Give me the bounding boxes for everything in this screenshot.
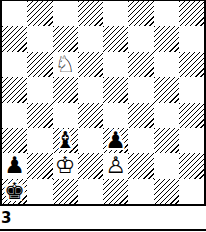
square-h8[interactable] <box>179 1 204 26</box>
square-g8[interactable] <box>154 1 179 26</box>
square-a4[interactable] <box>2 103 27 128</box>
square-d8[interactable] <box>78 1 103 26</box>
square-a5[interactable] <box>2 77 27 102</box>
square-a2[interactable]: ♟ <box>2 153 27 178</box>
square-f5[interactable] <box>128 77 153 102</box>
square-f3[interactable] <box>128 128 153 153</box>
chess-diagram: ♘♝♟♟♔♙♚ 3 <box>0 0 206 232</box>
square-f7[interactable] <box>128 26 153 51</box>
diagram-number-label: 3 <box>1 211 11 226</box>
square-f6[interactable] <box>128 52 153 77</box>
square-h5[interactable] <box>179 77 204 102</box>
square-e5[interactable] <box>103 77 128 102</box>
black-king: ♚ <box>4 180 25 203</box>
square-b6[interactable] <box>27 52 52 77</box>
square-h2[interactable] <box>179 153 204 178</box>
white-king: ♔ <box>55 154 76 177</box>
square-e8[interactable] <box>103 1 128 26</box>
black-pawn: ♟ <box>105 129 126 152</box>
square-f4[interactable] <box>128 103 153 128</box>
square-c6[interactable]: ♘ <box>53 52 78 77</box>
square-h6[interactable] <box>179 52 204 77</box>
square-a6[interactable] <box>2 52 27 77</box>
square-b3[interactable] <box>27 128 52 153</box>
square-e7[interactable] <box>103 26 128 51</box>
square-f2[interactable] <box>128 153 153 178</box>
square-c1[interactable] <box>53 179 78 204</box>
square-h1[interactable] <box>179 179 204 204</box>
page-divider-rule <box>0 229 206 231</box>
square-a8[interactable] <box>2 1 27 26</box>
square-f8[interactable] <box>128 1 153 26</box>
square-d6[interactable] <box>78 52 103 77</box>
square-c3[interactable]: ♝ <box>53 128 78 153</box>
square-h7[interactable] <box>179 26 204 51</box>
square-d5[interactable] <box>78 77 103 102</box>
square-b1[interactable] <box>27 179 52 204</box>
square-e1[interactable] <box>103 179 128 204</box>
square-g4[interactable] <box>154 103 179 128</box>
white-pawn: ♙ <box>105 154 126 177</box>
chess-board: ♘♝♟♟♔♙♚ <box>0 0 206 206</box>
square-h3[interactable] <box>179 128 204 153</box>
square-c7[interactable] <box>53 26 78 51</box>
black-pawn: ♟ <box>4 154 25 177</box>
square-e2[interactable]: ♙ <box>103 153 128 178</box>
square-h4[interactable] <box>179 103 204 128</box>
white-knight: ♘ <box>55 53 76 76</box>
square-g2[interactable] <box>154 153 179 178</box>
square-f1[interactable] <box>128 179 153 204</box>
square-g3[interactable] <box>154 128 179 153</box>
square-d2[interactable] <box>78 153 103 178</box>
square-b8[interactable] <box>27 1 52 26</box>
square-d3[interactable] <box>78 128 103 153</box>
square-c2[interactable]: ♔ <box>53 153 78 178</box>
square-d4[interactable] <box>78 103 103 128</box>
square-b7[interactable] <box>27 26 52 51</box>
square-c8[interactable] <box>53 1 78 26</box>
square-g5[interactable] <box>154 77 179 102</box>
square-e4[interactable] <box>103 103 128 128</box>
square-d1[interactable] <box>78 179 103 204</box>
square-b4[interactable] <box>27 103 52 128</box>
square-c5[interactable] <box>53 77 78 102</box>
square-c4[interactable] <box>53 103 78 128</box>
black-bishop: ♝ <box>55 129 76 152</box>
square-a3[interactable] <box>2 128 27 153</box>
square-e6[interactable] <box>103 52 128 77</box>
square-g1[interactable] <box>154 179 179 204</box>
square-g7[interactable] <box>154 26 179 51</box>
square-g6[interactable] <box>154 52 179 77</box>
square-d7[interactable] <box>78 26 103 51</box>
square-a1[interactable]: ♚ <box>2 179 27 204</box>
square-e3[interactable]: ♟ <box>103 128 128 153</box>
square-b2[interactable] <box>27 153 52 178</box>
square-a7[interactable] <box>2 26 27 51</box>
square-b5[interactable] <box>27 77 52 102</box>
